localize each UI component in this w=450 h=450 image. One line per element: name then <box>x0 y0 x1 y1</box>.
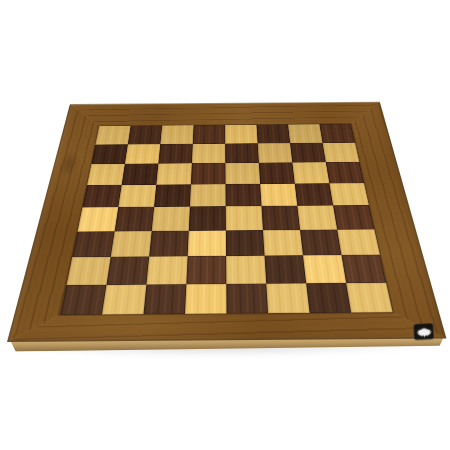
square-r8c5 <box>226 283 268 313</box>
square-r8c4 <box>185 284 227 314</box>
square-r3c2 <box>122 164 159 185</box>
square-r4c7 <box>295 183 333 206</box>
square-r1c6 <box>256 125 290 144</box>
square-r4c2 <box>118 184 156 207</box>
square-r2c3 <box>158 144 192 164</box>
square-r2c7 <box>290 143 326 163</box>
square-r4c5 <box>226 184 262 207</box>
square-r6c7 <box>300 229 341 255</box>
square-r5c2 <box>115 207 154 231</box>
square-r2c1 <box>91 144 127 164</box>
square-r3c3 <box>156 163 192 184</box>
square-r2c2 <box>125 144 160 164</box>
square-r1c8 <box>319 124 355 143</box>
chessboard-scene <box>0 0 450 450</box>
square-r1c2 <box>128 125 162 144</box>
square-r6c3 <box>149 231 189 257</box>
square-r5c5 <box>226 206 263 230</box>
square-r1c1 <box>95 126 130 145</box>
square-r2c5 <box>225 143 259 163</box>
square-r8c3 <box>143 284 186 314</box>
square-r6c8 <box>337 229 380 255</box>
square-r5c4 <box>189 206 226 230</box>
square-r3c5 <box>225 163 260 184</box>
square-r6c4 <box>188 230 226 256</box>
square-r8c7 <box>306 283 351 313</box>
square-r7c1 <box>67 257 111 285</box>
square-r1c5 <box>225 125 258 144</box>
square-r7c6 <box>265 255 307 283</box>
square-r1c3 <box>160 125 193 144</box>
square-r1c7 <box>288 124 323 143</box>
square-r6c6 <box>263 230 303 256</box>
square-r4c6 <box>260 183 297 206</box>
square-r5c3 <box>152 207 190 231</box>
square-r3c8 <box>326 162 364 183</box>
square-r6c2 <box>111 231 152 257</box>
frame-rail-bottom <box>7 312 446 342</box>
square-r4c3 <box>154 184 191 207</box>
square-r3c6 <box>259 162 295 183</box>
frame-rail-top <box>64 102 386 127</box>
square-r8c8 <box>346 282 393 312</box>
square-r7c7 <box>303 255 346 283</box>
square-r4c8 <box>329 183 369 206</box>
square-r8c6 <box>266 283 309 313</box>
square-r5c1 <box>78 207 119 231</box>
square-r8c2 <box>102 284 146 314</box>
square-r3c4 <box>191 163 226 184</box>
maker-badge <box>413 323 434 340</box>
square-r2c8 <box>323 142 360 162</box>
square-r3c7 <box>292 162 329 183</box>
eagle-logo-icon <box>415 325 433 339</box>
square-r7c2 <box>106 257 149 285</box>
square-r7c4 <box>186 256 226 284</box>
square-r4c4 <box>190 184 226 207</box>
square-r7c5 <box>226 256 266 284</box>
square-r5c6 <box>261 206 300 230</box>
square-r7c3 <box>146 256 187 284</box>
square-r2c6 <box>258 143 293 163</box>
square-r4c1 <box>82 185 121 208</box>
square-r6c5 <box>226 230 265 256</box>
square-r6c1 <box>72 231 114 257</box>
square-r5c7 <box>297 205 337 229</box>
square-r8c1 <box>60 285 106 315</box>
square-r1c4 <box>193 125 225 144</box>
square-r7c8 <box>341 255 386 283</box>
product-photo <box>0 0 450 450</box>
square-r3c1 <box>87 164 125 185</box>
square-r5c8 <box>333 205 374 229</box>
square-r2c4 <box>192 143 225 163</box>
playing-area <box>60 124 392 315</box>
chess-board <box>7 102 446 342</box>
